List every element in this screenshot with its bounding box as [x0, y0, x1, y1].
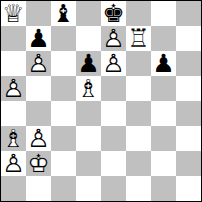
square-b7[interactable]: ♟ [26, 26, 51, 51]
white-piece-outline-layer: ♙ [101, 51, 126, 76]
piece-black-pawn[interactable]: ♟ [151, 51, 176, 76]
square-h2[interactable] [176, 151, 201, 176]
square-d2[interactable] [76, 151, 101, 176]
square-a6[interactable] [1, 51, 26, 76]
square-g6[interactable]: ♟ [151, 51, 176, 76]
square-h7[interactable] [176, 26, 201, 51]
piece-white-pawn[interactable]: ♟♙ [101, 51, 126, 76]
piece-white-queen[interactable]: ♛♕ [1, 1, 26, 26]
square-b1[interactable] [26, 176, 51, 201]
square-c3[interactable] [51, 126, 76, 151]
square-g2[interactable] [151, 151, 176, 176]
square-a7[interactable] [1, 26, 26, 51]
piece-white-pawn[interactable]: ♟♙ [26, 126, 51, 151]
square-f3[interactable] [126, 126, 151, 151]
square-e4[interactable] [101, 101, 126, 126]
square-f8[interactable] [126, 1, 151, 26]
square-a1[interactable] [1, 176, 26, 201]
square-f7[interactable]: ♜♖ [126, 26, 151, 51]
square-f4[interactable] [126, 101, 151, 126]
square-h4[interactable] [176, 101, 201, 126]
white-piece-outline-layer: ♗ [76, 76, 101, 101]
square-f1[interactable] [126, 176, 151, 201]
square-g4[interactable] [151, 101, 176, 126]
piece-white-rook[interactable]: ♜♖ [126, 26, 151, 51]
square-c2[interactable] [51, 151, 76, 176]
square-a3[interactable]: ♝♗ [1, 126, 26, 151]
square-b3[interactable]: ♟♙ [26, 126, 51, 151]
square-d4[interactable] [76, 101, 101, 126]
square-d1[interactable] [76, 176, 101, 201]
square-b6[interactable]: ♟♙ [26, 51, 51, 76]
piece-white-king[interactable]: ♚♔ [26, 151, 51, 176]
square-h3[interactable] [176, 126, 201, 151]
square-g5[interactable] [151, 76, 176, 101]
square-h5[interactable] [176, 76, 201, 101]
white-piece-outline-layer: ♙ [26, 126, 51, 151]
square-d7[interactable] [76, 26, 101, 51]
piece-white-pawn[interactable]: ♟♙ [1, 151, 26, 176]
piece-white-pawn[interactable]: ♟♙ [26, 51, 51, 76]
square-g7[interactable] [151, 26, 176, 51]
square-e6[interactable]: ♟♙ [101, 51, 126, 76]
square-e1[interactable] [101, 176, 126, 201]
square-c1[interactable] [51, 176, 76, 201]
white-piece-outline-layer: ♙ [1, 76, 26, 101]
white-piece-outline-layer: ♖ [126, 26, 151, 51]
square-g1[interactable] [151, 176, 176, 201]
piece-white-pawn[interactable]: ♟♙ [101, 26, 126, 51]
square-f6[interactable] [126, 51, 151, 76]
square-d6[interactable]: ♟ [76, 51, 101, 76]
piece-black-pawn[interactable]: ♟ [76, 51, 101, 76]
white-piece-outline-layer: ♙ [26, 51, 51, 76]
square-b2[interactable]: ♚♔ [26, 151, 51, 176]
square-c6[interactable] [51, 51, 76, 76]
square-a5[interactable]: ♟♙ [1, 76, 26, 101]
square-b8[interactable] [26, 1, 51, 26]
white-piece-outline-layer: ♔ [26, 151, 51, 176]
square-e7[interactable]: ♟♙ [101, 26, 126, 51]
square-f5[interactable] [126, 76, 151, 101]
square-h8[interactable] [176, 1, 201, 26]
square-d5[interactable]: ♝♗ [76, 76, 101, 101]
square-e3[interactable] [101, 126, 126, 151]
square-e8[interactable]: ♚ [101, 1, 126, 26]
square-d8[interactable] [76, 1, 101, 26]
white-piece-outline-layer: ♕ [1, 1, 26, 26]
square-c4[interactable] [51, 101, 76, 126]
chess-diagram: ♛♕♝♚♟♟♙♜♖♟♙♟♟♙♟♟♙♝♗♝♗♟♙♟♙♚♔ [0, 0, 202, 202]
piece-black-pawn[interactable]: ♟ [26, 26, 51, 51]
square-c5[interactable] [51, 76, 76, 101]
square-c8[interactable]: ♝ [51, 1, 76, 26]
piece-white-pawn[interactable]: ♟♙ [1, 76, 26, 101]
square-d3[interactable] [76, 126, 101, 151]
square-h1[interactable] [176, 176, 201, 201]
white-piece-outline-layer: ♙ [101, 26, 126, 51]
square-b5[interactable] [26, 76, 51, 101]
white-piece-outline-layer: ♙ [1, 151, 26, 176]
square-a8[interactable]: ♛♕ [1, 1, 26, 26]
piece-black-bishop[interactable]: ♝ [51, 1, 76, 26]
square-g3[interactable] [151, 126, 176, 151]
square-a2[interactable]: ♟♙ [1, 151, 26, 176]
square-f2[interactable] [126, 151, 151, 176]
square-h6[interactable] [176, 51, 201, 76]
square-a4[interactable] [1, 101, 26, 126]
square-c7[interactable] [51, 26, 76, 51]
piece-black-king[interactable]: ♚ [101, 1, 126, 26]
square-e5[interactable] [101, 76, 126, 101]
square-e2[interactable] [101, 151, 126, 176]
chess-board: ♛♕♝♚♟♟♙♜♖♟♙♟♟♙♟♟♙♝♗♝♗♟♙♟♙♚♔ [0, 0, 202, 202]
piece-white-bishop[interactable]: ♝♗ [76, 76, 101, 101]
piece-white-bishop[interactable]: ♝♗ [1, 126, 26, 151]
square-b4[interactable] [26, 101, 51, 126]
square-g8[interactable] [151, 1, 176, 26]
white-piece-outline-layer: ♗ [1, 126, 26, 151]
